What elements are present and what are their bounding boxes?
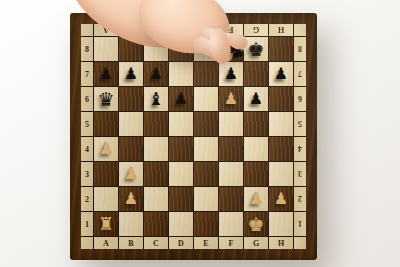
square-c5[interactable] [144,112,168,136]
file-label-d-bottom: D [169,237,193,249]
file-label-b-top: B [119,24,143,36]
rank-label-4-right: 4 [294,137,306,161]
square-a4[interactable]: ♟ [94,137,118,161]
square-h7[interactable]: ♟ [269,62,293,86]
frame-corner [294,237,306,249]
file-label-e-top: E [194,24,218,36]
square-b6[interactable] [119,87,143,111]
black-pawn-b7[interactable]: ♟ [124,66,138,82]
white-pawn-g2[interactable]: ♟ [249,191,263,207]
square-a7[interactable]: ♟ [94,62,118,86]
frame-corner [294,24,306,36]
square-h1[interactable] [269,212,293,236]
square-b4[interactable] [119,137,143,161]
square-d5[interactable] [169,112,193,136]
rank-label-8-right: 8 [294,37,306,61]
square-e5[interactable] [194,112,218,136]
square-d6[interactable]: ♟ [169,87,193,111]
square-e4[interactable] [194,137,218,161]
square-a2[interactable] [94,187,118,211]
square-d3[interactable] [169,162,193,186]
square-a5[interactable] [94,112,118,136]
square-g8[interactable]: ♚ [244,37,268,61]
file-label-c-top: C [144,24,168,36]
square-e6[interactable] [194,87,218,111]
square-b1[interactable] [119,212,143,236]
white-pawn-h2[interactable]: ♟ [274,191,288,207]
square-g1[interactable]: ♚ [244,212,268,236]
square-c4[interactable] [144,137,168,161]
square-c8[interactable] [144,37,168,61]
black-pawn-a7[interactable]: ♟ [99,66,113,82]
chess-board: ABCDEFGH8♚87♟♟♟♟♟76♛♝♟♟♟6554♟43♟32♟♟♟21♜… [70,13,317,260]
file-label-d-top: D [169,24,193,36]
white-pawn-f6[interactable]: ♟ [224,91,238,107]
square-c6[interactable]: ♝ [144,87,168,111]
square-b8[interactable] [119,37,143,61]
square-g5[interactable] [244,112,268,136]
square-a1[interactable]: ♜ [94,212,118,236]
frame-corner [81,237,93,249]
square-h5[interactable] [269,112,293,136]
square-g7[interactable] [244,62,268,86]
rank-label-2-left: 2 [81,187,93,211]
square-f7[interactable]: ♟ [219,62,243,86]
frame-corner [81,24,93,36]
square-c3[interactable] [144,162,168,186]
square-h6[interactable] [269,87,293,111]
square-b2[interactable]: ♟ [119,187,143,211]
white-pawn-b3[interactable]: ♟ [124,166,138,182]
file-label-f-bottom: F [219,237,243,249]
rank-label-7-left: 7 [81,62,93,86]
rank-label-3-right: 3 [294,162,306,186]
black-queen-a6[interactable]: ♛ [97,90,114,109]
black-pawn-c7[interactable]: ♟ [149,66,163,82]
file-label-b-bottom: B [119,237,143,249]
square-h4[interactable] [269,137,293,161]
black-pawn-h7[interactable]: ♟ [274,66,288,82]
square-a6[interactable]: ♛ [94,87,118,111]
square-f8[interactable] [219,37,243,61]
file-label-g-bottom: G [244,237,268,249]
black-pawn-f7[interactable]: ♟ [224,66,238,82]
square-d4[interactable] [169,137,193,161]
file-label-a-bottom: A [94,237,118,249]
square-f4[interactable] [219,137,243,161]
file-label-h-top: H [269,24,293,36]
file-label-e-bottom: E [194,237,218,249]
black-pawn-g6[interactable]: ♟ [249,91,263,107]
square-f6[interactable]: ♟ [219,87,243,111]
rank-label-6-right: 6 [294,87,306,111]
square-c2[interactable] [144,187,168,211]
file-label-a-top: A [94,24,118,36]
rank-label-5-left: 5 [81,112,93,136]
square-g2[interactable]: ♟ [244,187,268,211]
square-d8[interactable] [169,37,193,61]
file-label-g-top: G [244,24,268,36]
file-label-c-bottom: C [144,237,168,249]
black-king-g8[interactable]: ♚ [247,40,264,59]
square-b7[interactable]: ♟ [119,62,143,86]
rank-label-1-right: 1 [294,212,306,236]
rank-label-6-left: 6 [81,87,93,111]
photo-stage: ABCDEFGH8♚87♟♟♟♟♟76♛♝♟♟♟6554♟43♟32♟♟♟21♜… [0,0,400,267]
square-b3[interactable]: ♟ [119,162,143,186]
square-g6[interactable]: ♟ [244,87,268,111]
square-b5[interactable] [119,112,143,136]
white-pawn-a4[interactable]: ♟ [99,141,113,157]
rank-label-2-right: 2 [294,187,306,211]
square-g3[interactable] [244,162,268,186]
rank-label-1-left: 1 [81,212,93,236]
square-f5[interactable] [219,112,243,136]
square-f3[interactable] [219,162,243,186]
square-e2[interactable] [194,187,218,211]
square-c1[interactable] [144,212,168,236]
square-d7[interactable] [169,62,193,86]
board-grid: ABCDEFGH8♚87♟♟♟♟♟76♛♝♟♟♟6554♟43♟32♟♟♟21♜… [81,24,306,249]
rank-label-5-right: 5 [294,112,306,136]
file-label-h-bottom: H [269,237,293,249]
square-d1[interactable] [169,212,193,236]
black-bishop-c6[interactable]: ♝ [148,90,164,108]
square-a3[interactable] [94,162,118,186]
rank-label-7-right: 7 [294,62,306,86]
rank-label-3-left: 3 [81,162,93,186]
square-e1[interactable] [194,212,218,236]
white-king-g1[interactable]: ♚ [247,215,264,234]
black-pawn-d6[interactable]: ♟ [174,91,188,107]
square-e7[interactable] [194,62,218,86]
white-rook-a1[interactable]: ♜ [98,215,114,233]
square-g4[interactable] [244,137,268,161]
square-h2[interactable]: ♟ [269,187,293,211]
square-h3[interactable] [269,162,293,186]
square-e8[interactable] [194,37,218,61]
rank-label-8-left: 8 [81,37,93,61]
square-f2[interactable] [219,187,243,211]
square-f1[interactable] [219,212,243,236]
square-c7[interactable]: ♟ [144,62,168,86]
square-e3[interactable] [194,162,218,186]
square-h8[interactable] [269,37,293,61]
file-label-f-top: F [219,24,243,36]
rank-label-4-left: 4 [81,137,93,161]
square-a8[interactable] [94,37,118,61]
white-pawn-b2[interactable]: ♟ [124,191,138,207]
square-d2[interactable] [169,187,193,211]
